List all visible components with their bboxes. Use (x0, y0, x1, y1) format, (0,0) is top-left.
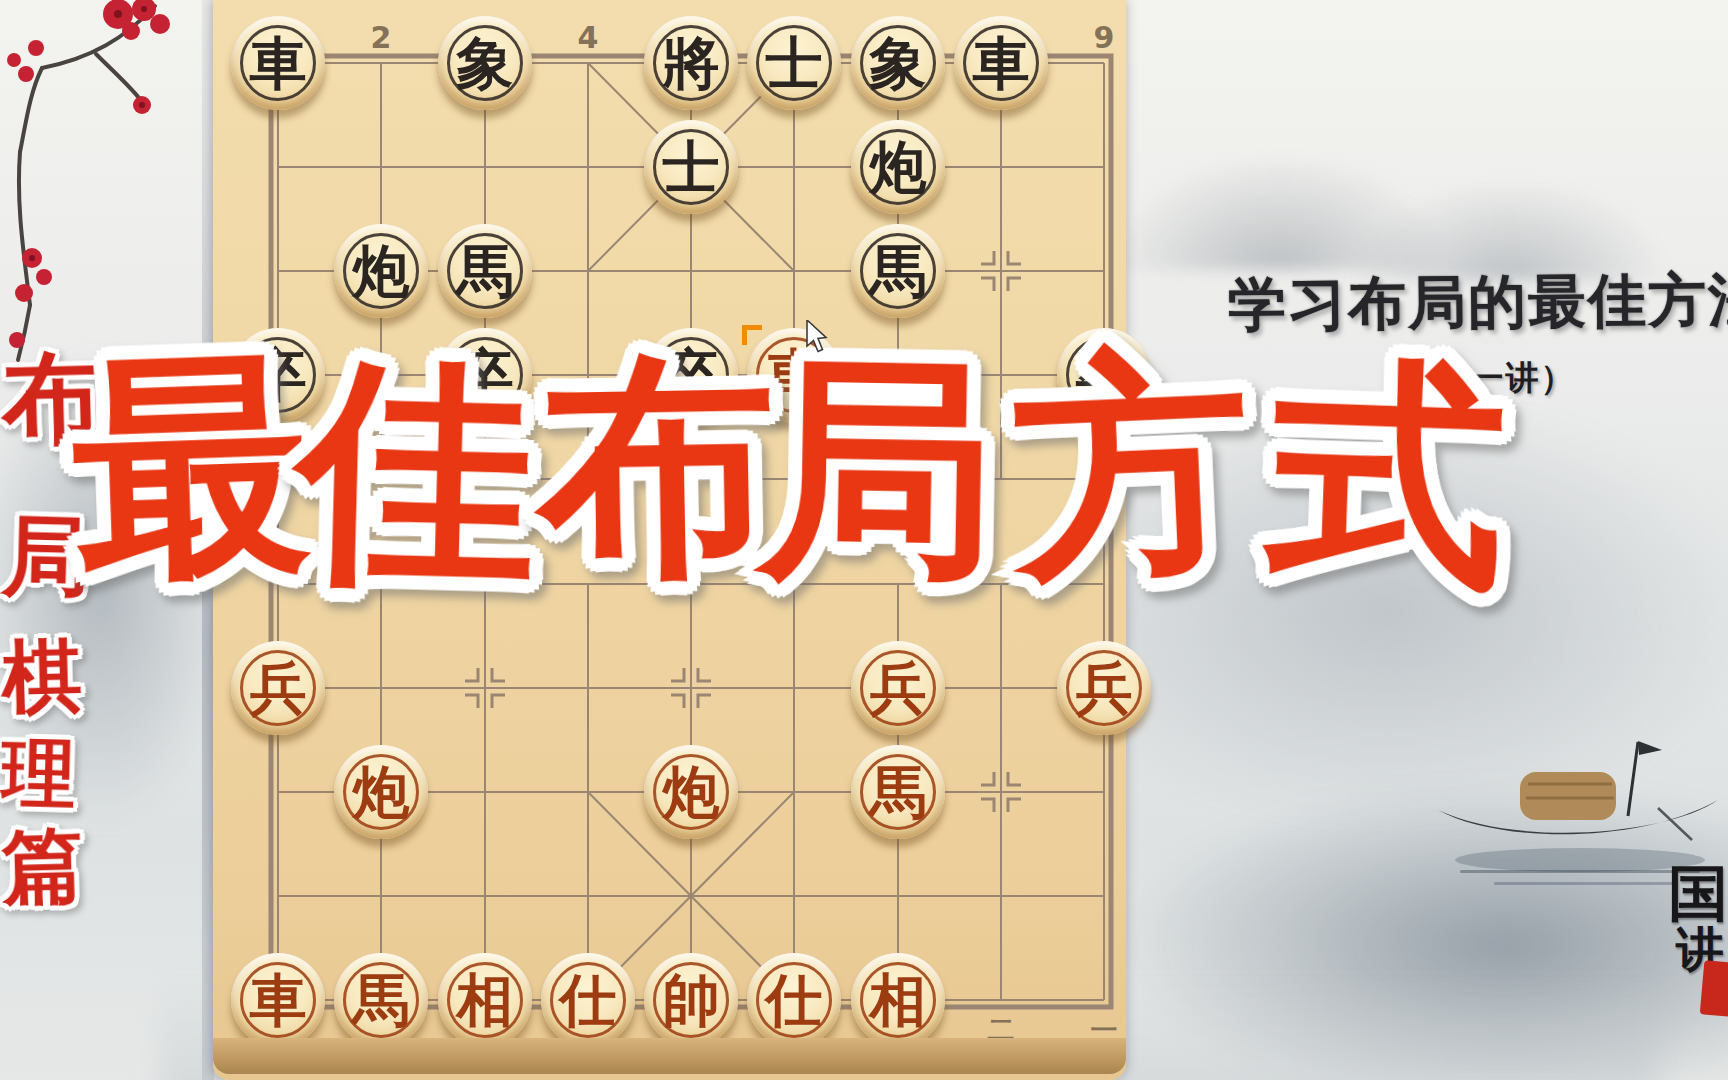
selection-bracket-icon (742, 325, 762, 345)
piece-glyph: 馬 (457, 242, 514, 299)
piece-glyph: 相 (870, 971, 927, 1028)
piece-glyph: 仕 (766, 971, 823, 1028)
series-title-char: 理 (1, 735, 77, 811)
board-bottom-edge (213, 1038, 1126, 1074)
lesson-title-clipped-char: 法 (1708, 265, 1728, 334)
piece-glyph: 車 (973, 34, 1030, 91)
piece-glyph: 馬 (353, 971, 410, 1028)
piece-black-horse[interactable]: 馬 (851, 224, 945, 318)
page: 123456789 九八七六五四三二一 車象將士象車士炮炮馬馬卒卒卒卒車兵兵兵炮… (0, 0, 1728, 1080)
corner-watermark-char: 国 (1668, 854, 1728, 935)
piece-red-soldier[interactable]: 兵 (1057, 641, 1151, 735)
piece-glyph: 象 (457, 34, 514, 91)
file-label-top: 2 (371, 20, 392, 55)
piece-glyph: 車 (250, 971, 307, 1028)
piece-glyph: 士 (766, 34, 823, 91)
piece-glyph: 車 (766, 346, 823, 403)
piece-black-general[interactable]: 將 (644, 16, 738, 110)
piece-black-soldier[interactable]: 卒 (644, 328, 738, 422)
piece-black-cannon[interactable]: 炮 (851, 120, 945, 214)
piece-red-horse[interactable]: 馬 (334, 953, 428, 1047)
piece-red-cannon[interactable]: 炮 (334, 745, 428, 839)
xiangqi-board[interactable]: 123456789 九八七六五四三二一 車象將士象車士炮炮馬馬卒卒卒卒車兵兵兵炮… (213, 0, 1126, 1080)
piece-glyph: 兵 (870, 659, 927, 716)
boat-illustration (1430, 738, 1728, 908)
piece-black-cannon[interactable]: 炮 (334, 224, 428, 318)
piece-glyph: 兵 (1076, 659, 1133, 716)
water-wash (1110, 780, 1728, 1080)
piece-black-elephant[interactable]: 象 (438, 16, 532, 110)
piece-glyph: 炮 (870, 138, 927, 195)
piece-red-chariot[interactable]: 車 (231, 953, 325, 1047)
piece-red-horse[interactable]: 馬 (851, 745, 945, 839)
piece-glyph: 炮 (353, 763, 410, 820)
series-title-char: 布 (1, 347, 104, 450)
piece-red-cannon[interactable]: 炮 (644, 745, 738, 839)
piece-black-soldier[interactable]: 卒 (438, 328, 532, 422)
file-label-top: 4 (578, 20, 599, 55)
lesson-subtitle: （第一讲） (1388, 356, 1588, 401)
plum-branch-illustration (0, 0, 210, 370)
piece-glyph: 兵 (250, 659, 307, 716)
piece-glyph: 將 (663, 34, 720, 91)
piece-glyph: 卒 (663, 346, 720, 403)
piece-glyph: 馬 (870, 763, 927, 820)
piece-glyph: 炮 (353, 242, 410, 299)
piece-red-soldier[interactable]: 兵 (851, 641, 945, 735)
piece-glyph: 仕 (560, 971, 617, 1028)
series-title-char: 棋 (1, 635, 83, 717)
piece-glyph: 卒 (1076, 346, 1133, 403)
file-label-top: 9 (1094, 20, 1115, 55)
piece-glyph: 馬 (870, 242, 927, 299)
piece-red-advisor[interactable]: 仕 (747, 953, 841, 1047)
piece-black-advisor[interactable]: 士 (644, 120, 738, 214)
piece-red-soldier[interactable]: 兵 (231, 641, 325, 735)
series-title-char: 局 (1, 511, 91, 601)
piece-red-elephant[interactable]: 相 (851, 953, 945, 1047)
mouse-cursor-icon (806, 320, 830, 354)
piece-glyph: 相 (457, 971, 514, 1028)
piece-red-elephant[interactable]: 相 (438, 953, 532, 1047)
piece-glyph: 卒 (250, 346, 307, 403)
piece-glyph: 帥 (663, 971, 720, 1028)
piece-black-chariot[interactable]: 車 (231, 16, 325, 110)
last-move-marker (882, 359, 914, 391)
piece-red-advisor[interactable]: 仕 (541, 953, 635, 1047)
piece-black-soldier[interactable]: 卒 (1057, 328, 1151, 422)
mountain-silhouette (1120, 160, 1440, 270)
piece-black-soldier[interactable]: 卒 (231, 328, 325, 422)
red-seal (1700, 960, 1728, 1017)
piece-black-horse[interactable]: 馬 (438, 224, 532, 318)
piece-red-general[interactable]: 帥 (644, 953, 738, 1047)
series-title-char: 篇 (1, 823, 85, 907)
piece-glyph: 卒 (457, 346, 514, 403)
piece-black-advisor[interactable]: 士 (747, 16, 841, 110)
ink-wash-left (0, 350, 230, 830)
piece-black-elephant[interactable]: 象 (851, 16, 945, 110)
piece-glyph: 士 (663, 138, 720, 195)
piece-glyph: 炮 (663, 763, 720, 820)
piece-glyph: 象 (870, 34, 927, 91)
lesson-title-text: 学习布局的最佳方 (1228, 266, 1709, 339)
piece-black-chariot[interactable]: 車 (954, 16, 1048, 110)
piece-glyph: 車 (250, 34, 307, 91)
lesson-title: 学习布局的最佳方法 (1228, 261, 1728, 344)
ink-wash-right (1090, 400, 1728, 820)
